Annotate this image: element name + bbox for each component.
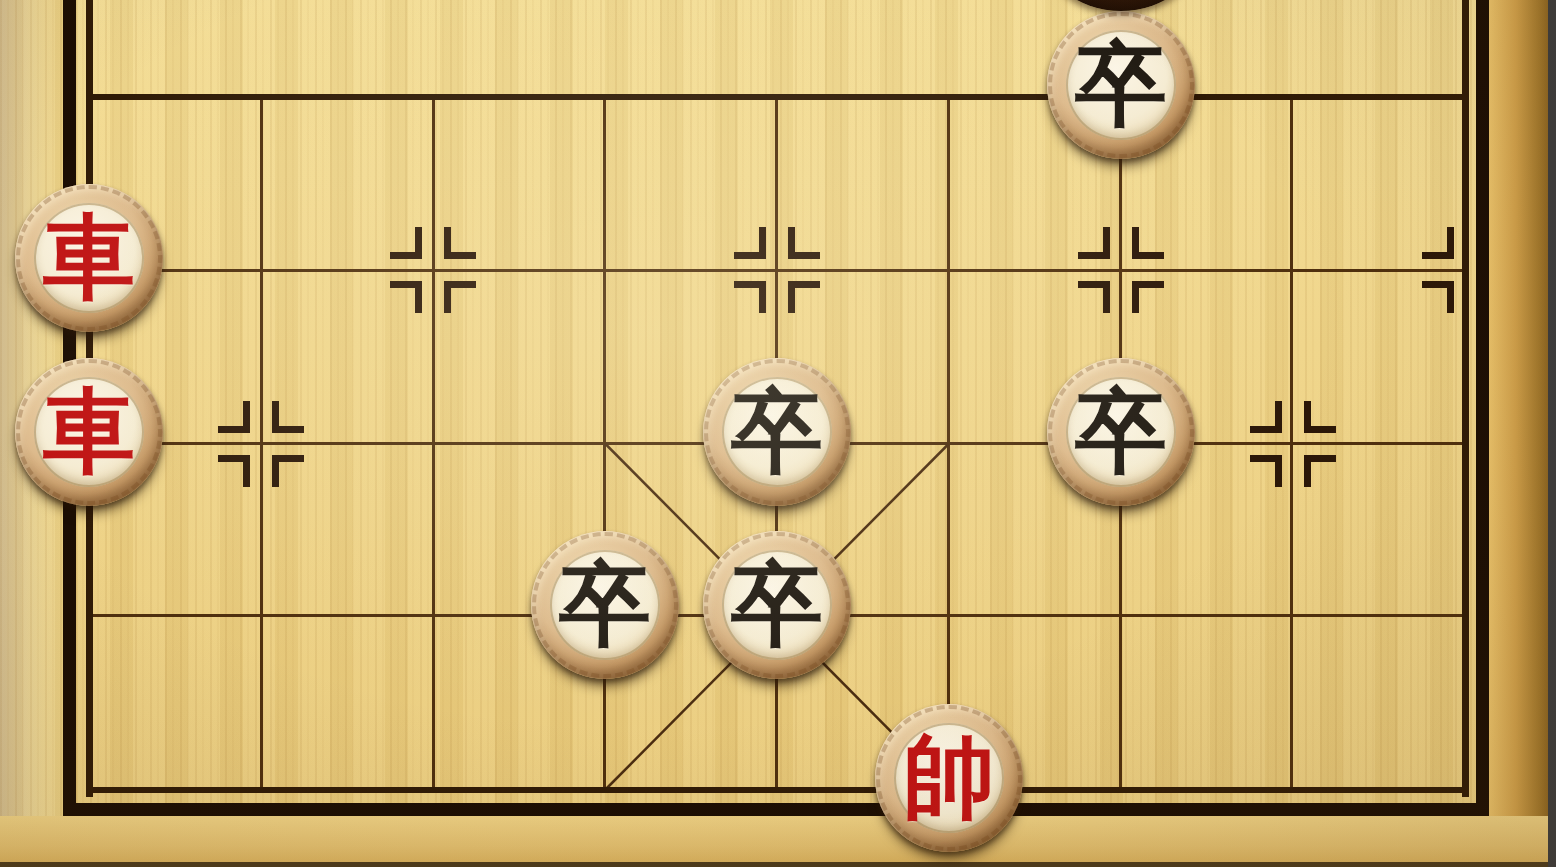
xiangqi-board[interactable]: 車車卒卒卒卒卒帥 — [0, 0, 1556, 867]
screen-edge-right — [1548, 0, 1556, 867]
board-margin-right — [1489, 0, 1548, 867]
board-cell — [1290, 96, 1462, 269]
boundary-line-rank-1 — [86, 787, 1469, 793]
piece-black-soldier-d2[interactable]: 卒 — [531, 531, 679, 679]
board-cell — [432, 269, 604, 442]
board-cell — [260, 96, 432, 269]
board-cell — [1119, 614, 1291, 787]
piece-glyph: 卒 — [703, 358, 851, 506]
boundary-line-file-i — [1462, 0, 1469, 797]
board-cell — [260, 269, 432, 442]
piece-glyph: 車 — [15, 358, 163, 506]
board-cell — [775, 96, 947, 269]
piece-cropped-g6[interactable] — [1039, 0, 1203, 11]
screen-edge-bottom — [0, 862, 1548, 867]
piece-red-chariot-a4[interactable]: 車 — [15, 184, 163, 332]
piece-glyph: 卒 — [531, 531, 679, 679]
board-cell — [603, 96, 775, 269]
river-bank-line — [86, 94, 1469, 100]
piece-black-soldier-e2[interactable]: 卒 — [703, 531, 851, 679]
piece-black-soldier-e3[interactable]: 卒 — [703, 358, 851, 506]
board-cell — [1290, 269, 1462, 442]
piece-black-soldier-g5[interactable]: 卒 — [1047, 11, 1195, 159]
piece-black-soldier-g3[interactable]: 卒 — [1047, 358, 1195, 506]
board-margin-bottom — [0, 816, 1548, 867]
piece-glyph: 卒 — [703, 531, 851, 679]
piece-glyph: 車 — [15, 184, 163, 332]
board-cell — [260, 442, 432, 615]
piece-glyph: 卒 — [1047, 11, 1195, 159]
board-cell — [1290, 442, 1462, 615]
piece-glyph: 帥 — [875, 704, 1023, 852]
board-cell — [260, 614, 432, 787]
piece-red-general-f1[interactable]: 帥 — [875, 704, 1023, 852]
piece-red-chariot-a3[interactable]: 車 — [15, 358, 163, 506]
board-cell — [88, 614, 260, 787]
piece-glyph: 卒 — [1047, 358, 1195, 506]
board-cell — [1290, 614, 1462, 787]
board-cell — [432, 96, 604, 269]
